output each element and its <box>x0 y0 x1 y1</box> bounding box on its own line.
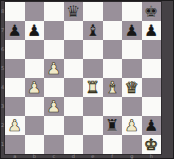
white-rook-e4[interactable]: ♜ <box>86 79 100 95</box>
square-e8[interactable] <box>83 2 103 21</box>
square-d7[interactable] <box>64 21 84 40</box>
file-label-e: e <box>83 154 103 159</box>
square-a5[interactable] <box>5 59 25 78</box>
white-pawn-g2[interactable]: ♟ <box>125 117 139 133</box>
square-g4[interactable]: ♛ <box>122 78 142 97</box>
square-e6[interactable] <box>83 40 103 59</box>
square-g7[interactable]: ♟ <box>122 21 142 40</box>
white-pawn-c5[interactable]: ♟ <box>47 60 61 76</box>
rank-label-2: 2 <box>0 116 5 135</box>
black-pawn-g7[interactable]: ♟ <box>125 22 139 38</box>
square-a8[interactable] <box>5 2 25 21</box>
square-g1[interactable] <box>122 135 142 154</box>
square-e2[interactable] <box>83 116 103 135</box>
square-c5[interactable]: ♟ <box>44 59 64 78</box>
square-h8[interactable]: ♚ <box>142 2 162 21</box>
square-h7[interactable]: ♟ <box>142 21 162 40</box>
rank-label-7: 7 <box>0 21 5 40</box>
square-a4[interactable] <box>5 78 25 97</box>
square-e7[interactable]: ♝ <box>83 21 103 40</box>
square-f5[interactable] <box>103 59 123 78</box>
chess-board-frame: ♛♚♟♟♝♟♟♟♟♜♝♛♟♟♜♟♟♚ 87654321 abcdefgh <box>0 0 174 159</box>
square-f4[interactable]: ♝ <box>103 78 123 97</box>
square-h3[interactable] <box>142 97 162 116</box>
square-b4[interactable]: ♟ <box>25 78 45 97</box>
black-bishop-e7[interactable]: ♝ <box>86 22 100 38</box>
white-pawn-c3[interactable]: ♟ <box>47 98 61 114</box>
rank-label-3: 3 <box>0 97 5 116</box>
square-d1[interactable] <box>64 135 84 154</box>
black-king-h8[interactable]: ♚ <box>144 3 158 19</box>
file-coordinates: abcdefgh <box>5 154 161 159</box>
square-d2[interactable] <box>64 116 84 135</box>
square-a7[interactable]: ♟ <box>5 21 25 40</box>
black-pawn-h2[interactable]: ♟ <box>144 117 158 133</box>
square-f3[interactable] <box>103 97 123 116</box>
square-g8[interactable] <box>122 2 142 21</box>
square-h4[interactable] <box>142 78 162 97</box>
square-a2[interactable]: ♟ <box>5 116 25 135</box>
chess-board: ♛♚♟♟♝♟♟♟♟♜♝♛♟♟♜♟♟♚ <box>5 2 161 154</box>
square-f6[interactable] <box>103 40 123 59</box>
square-d4[interactable] <box>64 78 84 97</box>
rank-label-5: 5 <box>0 59 5 78</box>
rank-label-8: 8 <box>0 2 5 21</box>
square-h5[interactable] <box>142 59 162 78</box>
square-f1[interactable] <box>103 135 123 154</box>
square-e1[interactable] <box>83 135 103 154</box>
square-c6[interactable] <box>44 40 64 59</box>
square-c3[interactable]: ♟ <box>44 97 64 116</box>
square-g2[interactable]: ♟ <box>122 116 142 135</box>
file-label-a: a <box>5 154 25 159</box>
rank-coordinates: 87654321 <box>0 2 5 154</box>
black-pawn-b7[interactable]: ♟ <box>27 22 41 38</box>
square-b3[interactable] <box>25 97 45 116</box>
square-b6[interactable] <box>25 40 45 59</box>
square-f7[interactable] <box>103 21 123 40</box>
square-c2[interactable] <box>44 116 64 135</box>
file-label-f: f <box>103 154 123 159</box>
white-pawn-b4[interactable]: ♟ <box>27 79 41 95</box>
rank-label-1: 1 <box>0 135 5 154</box>
square-f8[interactable] <box>103 2 123 21</box>
white-pawn-a2[interactable]: ♟ <box>8 117 22 133</box>
file-label-b: b <box>25 154 45 159</box>
square-b1[interactable] <box>25 135 45 154</box>
file-label-h: h <box>142 154 162 159</box>
file-label-d: d <box>64 154 84 159</box>
square-a1[interactable] <box>5 135 25 154</box>
square-b5[interactable] <box>25 59 45 78</box>
white-queen-g4[interactable]: ♛ <box>125 79 139 95</box>
square-b2[interactable] <box>25 116 45 135</box>
square-h2[interactable]: ♟ <box>142 116 162 135</box>
square-e4[interactable]: ♜ <box>83 78 103 97</box>
black-pawn-h7[interactable]: ♟ <box>144 22 158 38</box>
square-b8[interactable] <box>25 2 45 21</box>
square-d8[interactable]: ♛ <box>64 2 84 21</box>
square-c1[interactable] <box>44 135 64 154</box>
square-h1[interactable]: ♚ <box>142 135 162 154</box>
square-c7[interactable] <box>44 21 64 40</box>
square-d6[interactable] <box>64 40 84 59</box>
rank-label-6: 6 <box>0 40 5 59</box>
square-a3[interactable] <box>5 97 25 116</box>
square-g5[interactable] <box>122 59 142 78</box>
white-bishop-f4[interactable]: ♝ <box>105 79 119 95</box>
square-g3[interactable] <box>122 97 142 116</box>
square-h6[interactable] <box>142 40 162 59</box>
black-queen-d8[interactable]: ♛ <box>66 3 80 19</box>
square-c8[interactable] <box>44 2 64 21</box>
square-e5[interactable] <box>83 59 103 78</box>
square-d3[interactable] <box>64 97 84 116</box>
black-pawn-a7[interactable]: ♟ <box>8 22 22 38</box>
square-a6[interactable] <box>5 40 25 59</box>
square-c4[interactable] <box>44 78 64 97</box>
square-e3[interactable] <box>83 97 103 116</box>
file-label-g: g <box>122 154 142 159</box>
white-king-h1[interactable]: ♚ <box>144 136 158 152</box>
rank-label-4: 4 <box>0 78 5 97</box>
square-g6[interactable] <box>122 40 142 59</box>
square-f2[interactable]: ♜ <box>103 116 123 135</box>
black-rook-f2[interactable]: ♜ <box>105 117 119 133</box>
square-d5[interactable] <box>64 59 84 78</box>
square-b7[interactable]: ♟ <box>25 21 45 40</box>
file-label-c: c <box>44 154 64 159</box>
